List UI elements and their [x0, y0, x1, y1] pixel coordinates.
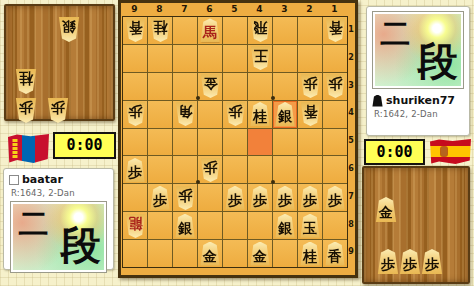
gote-piece-香-2d[interactable]: 香: [300, 102, 321, 126]
gote-player-card: baatar R:1643, 2-Dan 二 段: [3, 168, 114, 270]
rank-label-4: 4: [347, 99, 355, 127]
hoshi-dot: [271, 96, 275, 100]
square-5b[interactable]: [223, 45, 247, 72]
square-3c[interactable]: [273, 73, 297, 100]
square-1a[interactable]: 香: [323, 17, 347, 44]
gote-piece-香-9a[interactable]: 香: [125, 18, 146, 42]
square-3a[interactable]: [273, 17, 297, 44]
sente-clock: 0:00: [364, 139, 425, 165]
file-coordinates: 987654321: [122, 3, 347, 15]
rank-label-3: 3: [347, 72, 355, 100]
square-5e[interactable]: [223, 129, 247, 156]
file-label-7: 7: [172, 3, 197, 15]
sente-piece-桂-2i[interactable]: 桂: [300, 242, 321, 266]
square-3i[interactable]: [273, 240, 297, 267]
square-5d[interactable]: 歩: [223, 101, 247, 128]
square-1c[interactable]: 歩: [323, 73, 347, 100]
square-7f[interactable]: [173, 156, 197, 183]
gote-piece-歩-1c[interactable]: 歩: [325, 74, 346, 98]
square-9g[interactable]: [123, 184, 147, 211]
square-6h[interactable]: [198, 212, 222, 239]
square-5f[interactable]: [223, 156, 247, 183]
hoshi-dot: [271, 180, 275, 184]
file-label-8: 8: [147, 3, 172, 15]
square-1e[interactable]: [323, 129, 347, 156]
sente-player-name[interactable]: shuriken77: [386, 94, 455, 107]
file-label-6: 6: [197, 3, 222, 15]
gote-piece-歩-7g[interactable]: 歩: [175, 186, 196, 210]
square-9i[interactable]: [123, 240, 147, 267]
square-7i[interactable]: [173, 240, 197, 267]
spain-flag: [430, 139, 471, 164]
gote-piece-香-1a[interactable]: 香: [325, 18, 346, 42]
square-2f[interactable]: [298, 156, 322, 183]
square-5g[interactable]: 歩: [223, 184, 247, 211]
gote-clock: 0:00: [53, 132, 116, 159]
square-5i[interactable]: [223, 240, 247, 267]
square-3g[interactable]: 歩: [273, 184, 297, 211]
gote-piece-歩-5d[interactable]: 歩: [225, 102, 246, 126]
sente-piece-歩-5g[interactable]: 歩: [225, 186, 246, 210]
square-9e[interactable]: [123, 129, 147, 156]
sente-player-card: 二 段 shuriken77 R:1642, 2-Dan: [366, 6, 470, 136]
square-2i[interactable]: 桂: [298, 240, 322, 267]
hoshi-dot: [196, 96, 200, 100]
square-2b[interactable]: [298, 45, 322, 72]
square-9b[interactable]: [123, 45, 147, 72]
shogi-board: 987654321 123456789 香桂馬飛香王金歩歩歩角歩桂銀香歩歩歩歩歩…: [118, 0, 358, 278]
file-label-9: 9: [122, 3, 147, 15]
rank-label-1: 1: [347, 16, 355, 44]
square-7c[interactable]: [173, 73, 197, 100]
square-3b[interactable]: [273, 45, 297, 72]
square-8a[interactable]: 桂: [148, 17, 172, 44]
file-label-5: 5: [222, 3, 247, 15]
square-2h[interactable]: 玉: [298, 212, 322, 239]
square-9f[interactable]: 歩: [123, 156, 147, 183]
sente-piece-歩-1g[interactable]: 歩: [325, 186, 346, 210]
soyombo-emblem: [12, 138, 17, 158]
gote-piece-王-4b[interactable]: 王: [250, 46, 271, 70]
sente-piece-金-4i[interactable]: 金: [250, 242, 271, 266]
square-1g[interactable]: 歩: [323, 184, 347, 211]
gote-hand-piece-銀[interactable]: 銀: [58, 17, 80, 42]
square-6a[interactable]: 馬: [198, 17, 222, 44]
sente-piece-歩-2g[interactable]: 歩: [300, 186, 321, 210]
square-4a[interactable]: 飛: [248, 17, 272, 44]
sente-piece-金-6i[interactable]: 金: [200, 242, 221, 266]
square-4b[interactable]: 王: [248, 45, 272, 72]
rank-coordinates: 123456789: [347, 16, 355, 266]
square-5h[interactable]: [223, 212, 247, 239]
sente-hand-piece-金[interactable]: 金: [375, 197, 397, 222]
sente-piece-桂-4d[interactable]: 桂: [250, 102, 271, 126]
gote-badge-kanji-top: 二: [18, 204, 48, 245]
square-7a[interactable]: [173, 17, 197, 44]
sente-badge-kanji-bottom: 段: [418, 34, 458, 89]
rank-label-7: 7: [347, 183, 355, 211]
square-7e[interactable]: [173, 129, 197, 156]
gote-captured-tray: 銀桂歩歩: [4, 4, 115, 121]
square-4c[interactable]: [248, 73, 272, 100]
square-8b[interactable]: [148, 45, 172, 72]
square-7g[interactable]: 歩: [173, 184, 197, 211]
gote-piece-飛-4a[interactable]: 飛: [250, 18, 271, 42]
square-7d[interactable]: 角: [173, 101, 197, 128]
square-3d[interactable]: 銀: [273, 101, 297, 128]
square-5c[interactable]: [223, 73, 247, 100]
gote-piece-marker-icon: [9, 175, 19, 185]
square-2g[interactable]: 歩: [298, 184, 322, 211]
square-3h[interactable]: 銀: [273, 212, 297, 239]
square-4f[interactable]: [248, 156, 272, 183]
square-4i[interactable]: 金: [248, 240, 272, 267]
file-label-4: 4: [247, 3, 272, 15]
sente-piece-銀-3d[interactable]: 銀: [275, 102, 296, 126]
square-8d[interactable]: [148, 101, 172, 128]
gote-piece-歩-9d[interactable]: 歩: [125, 102, 146, 126]
square-4d[interactable]: 桂: [248, 101, 272, 128]
square-6g[interactable]: [198, 184, 222, 211]
square-8h[interactable]: [148, 212, 172, 239]
square-5a[interactable]: [223, 17, 247, 44]
gote-piece-歩-6f[interactable]: 歩: [200, 158, 221, 182]
square-8c[interactable]: [148, 73, 172, 100]
square-8f[interactable]: [148, 156, 172, 183]
square-2c[interactable]: 歩: [298, 73, 322, 100]
sente-piece-銀-7h[interactable]: 銀: [175, 214, 196, 238]
gote-piece-桂-8a[interactable]: 桂: [150, 18, 171, 42]
square-9d[interactable]: 歩: [123, 101, 147, 128]
rank-label-2: 2: [347, 44, 355, 72]
sente-piece-香-1i[interactable]: 香: [325, 242, 346, 266]
rank-label-9: 9: [347, 238, 355, 266]
sente-captured-tray: 金歩歩歩: [362, 166, 470, 284]
square-1d[interactable]: [323, 101, 347, 128]
gote-piece-龍-9h[interactable]: 龍: [125, 214, 146, 238]
square-2d[interactable]: 香: [298, 101, 322, 128]
square-6b[interactable]: [198, 45, 222, 72]
square-3f[interactable]: [273, 156, 297, 183]
sente-piece-marker-icon: [372, 95, 383, 107]
gote-hand-piece-歩[interactable]: 歩: [15, 98, 37, 123]
gote-piece-歩-2c[interactable]: 歩: [300, 74, 321, 98]
rank-label-8: 8: [347, 211, 355, 239]
square-4h[interactable]: [248, 212, 272, 239]
board-grid: 香桂馬飛香王金歩歩歩角歩桂銀香歩歩歩歩歩歩歩歩歩龍銀銀玉金金桂香: [122, 16, 348, 268]
sente-piece-玉-2h[interactable]: 玉: [300, 214, 321, 238]
sente-hand-piece-歩[interactable]: 歩: [399, 249, 421, 274]
square-9c[interactable]: [123, 73, 147, 100]
square-4e[interactable]: [248, 129, 272, 156]
rank-label-6: 6: [347, 155, 355, 183]
sente-rank-badge: 二 段: [372, 11, 464, 89]
sente-piece-馬-6a[interactable]: 馬: [200, 18, 221, 42]
file-label-2: 2: [297, 3, 322, 15]
square-1i[interactable]: 香: [323, 240, 347, 267]
gote-hand-piece-歩[interactable]: 歩: [47, 98, 69, 123]
gote-piece-角-7d[interactable]: 角: [175, 102, 196, 126]
square-1h[interactable]: [323, 212, 347, 239]
square-2a[interactable]: [298, 17, 322, 44]
gote-rating: R:1643, 2-Dan: [11, 188, 108, 198]
sente-badge-kanji-top: 二: [380, 14, 410, 55]
sente-piece-歩-9f[interactable]: 歩: [125, 158, 146, 182]
square-3e[interactable]: [273, 129, 297, 156]
gote-rank-badge: 二 段: [10, 201, 107, 273]
gote-badge-kanji-bottom: 段: [60, 218, 100, 273]
square-2e[interactable]: [298, 129, 322, 156]
sente-hand-piece-歩[interactable]: 歩: [377, 249, 399, 274]
square-7h[interactable]: 銀: [173, 212, 197, 239]
square-1b[interactable]: [323, 45, 347, 72]
square-6f[interactable]: 歩: [198, 156, 222, 183]
sente-piece-銀-3h[interactable]: 銀: [275, 214, 296, 238]
square-7b[interactable]: [173, 45, 197, 72]
sente-piece-歩-8g[interactable]: 歩: [150, 186, 171, 210]
square-6c[interactable]: 金: [198, 73, 222, 100]
sente-piece-歩-4g[interactable]: 歩: [250, 186, 271, 210]
square-6d[interactable]: [198, 101, 222, 128]
gote-hand-piece-桂[interactable]: 桂: [15, 69, 37, 94]
sente-piece-歩-3g[interactable]: 歩: [275, 186, 296, 210]
square-9h[interactable]: 龍: [123, 212, 147, 239]
square-6e[interactable]: [198, 129, 222, 156]
rank-label-5: 5: [347, 127, 355, 155]
file-label-3: 3: [272, 3, 297, 15]
square-1f[interactable]: [323, 156, 347, 183]
square-6i[interactable]: 金: [198, 240, 222, 267]
gote-player-name[interactable]: baatar: [22, 173, 63, 186]
gote-piece-金-6c[interactable]: 金: [200, 74, 221, 98]
spain-coat-of-arms: [441, 147, 447, 156]
sente-rating: R:1642, 2-Dan: [374, 109, 464, 119]
file-label-1: 1: [322, 3, 347, 15]
sente-hand-piece-歩[interactable]: 歩: [421, 249, 443, 274]
square-8i[interactable]: [148, 240, 172, 267]
square-8g[interactable]: 歩: [148, 184, 172, 211]
mongolia-flag: [8, 134, 49, 163]
square-9a[interactable]: 香: [123, 17, 147, 44]
hoshi-dot: [196, 180, 200, 184]
square-4g[interactable]: 歩: [248, 184, 272, 211]
square-8e[interactable]: [148, 129, 172, 156]
